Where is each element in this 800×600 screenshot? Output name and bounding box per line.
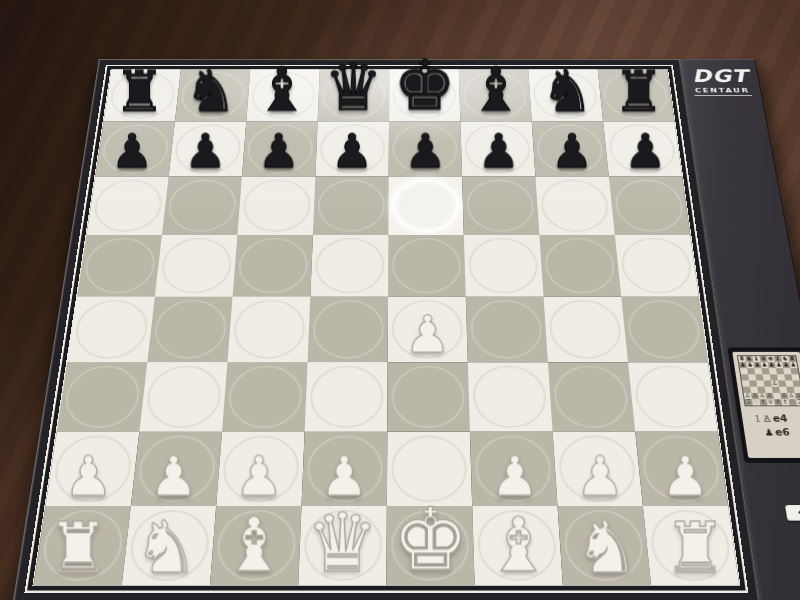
piece-black-pawn-f7[interactable]: ♟ xyxy=(478,128,520,175)
square-c6[interactable] xyxy=(237,177,315,235)
square-d5[interactable] xyxy=(310,235,388,297)
square-a7[interactable]: ♟ xyxy=(95,122,175,177)
piece-black-bishop-c8[interactable]: ♝ xyxy=(255,60,309,120)
mini-square-h5 xyxy=(791,374,799,380)
square-f8[interactable]: ♝ xyxy=(459,69,532,121)
square-b7[interactable]: ♟ xyxy=(169,122,247,177)
square-c3[interactable] xyxy=(222,362,308,432)
square-f3[interactable] xyxy=(468,362,553,432)
piece-white-pawn-f2[interactable]: ♟ xyxy=(490,449,539,504)
square-a5[interactable] xyxy=(77,235,162,297)
square-h5[interactable] xyxy=(615,235,699,297)
square-g8[interactable]: ♞ xyxy=(528,69,603,121)
square-b8[interactable]: ♞ xyxy=(175,69,250,121)
back-button[interactable]: ↩ xyxy=(785,505,800,521)
square-g7[interactable]: ♟ xyxy=(532,122,609,177)
mini-square-c8: ♝ xyxy=(752,356,760,362)
move-line-1: 1♙e4 xyxy=(754,413,800,427)
piece-white-knight-g1[interactable]: ♞ xyxy=(574,511,639,583)
square-d7[interactable]: ♟ xyxy=(315,122,389,177)
dgt-logo: DGT CENTAUR xyxy=(681,66,761,96)
mini-square-h8: ♜ xyxy=(788,356,796,362)
square-d3[interactable] xyxy=(305,362,388,432)
piece-white-pawn-a2[interactable]: ♟ xyxy=(64,449,113,504)
piece-black-rook-h8[interactable]: ♜ xyxy=(613,63,664,120)
display-move-list: 1♙e4 ♟e6 xyxy=(741,413,800,440)
square-a2[interactable]: ♟ xyxy=(46,432,140,506)
square-e4[interactable]: ♟ xyxy=(388,297,468,363)
square-c4[interactable] xyxy=(227,297,310,363)
piece-white-bishop-c1[interactable]: ♝ xyxy=(221,509,288,584)
square-h6[interactable] xyxy=(609,177,691,235)
piece-white-bishop-f1[interactable]: ♝ xyxy=(485,509,552,584)
perspective-scene: ♜♞♝♛♚♝♞♜♟♟♟♟♟♟♟♟♟♟♟♟♟♟♟♟♜♞♝♛♚♝♞♜ DGT CEN… xyxy=(0,0,800,600)
square-a1[interactable]: ♜ xyxy=(34,506,131,585)
chess-board: ♜♞♝♛♚♝♞♜♟♟♟♟♟♟♟♟♟♟♟♟♟♟♟♟♜♞♝♛♚♝♞♜ xyxy=(32,69,740,587)
square-g4[interactable] xyxy=(544,297,629,363)
board-frame-pinstripe: ♜♞♝♛♚♝♞♜♟♟♟♟♟♟♟♟♟♟♟♟♟♟♟♟♜♞♝♛♚♝♞♜ xyxy=(24,65,748,593)
piece-black-pawn-e7[interactable]: ♟ xyxy=(404,128,446,175)
piece-black-pawn-g7[interactable]: ♟ xyxy=(551,128,593,175)
square-h8[interactable]: ♜ xyxy=(598,69,675,121)
square-h2[interactable]: ♟ xyxy=(635,432,728,506)
board-frame: ♜♞♝♛♚♝♞♜♟♟♟♟♟♟♟♟♟♟♟♟♟♟♟♟♜♞♝♛♚♝♞♜ xyxy=(10,59,763,600)
square-g2[interactable]: ♟ xyxy=(553,432,643,506)
square-b1[interactable]: ♞ xyxy=(122,506,216,585)
square-b2[interactable]: ♟ xyxy=(131,432,222,506)
square-c5[interactable] xyxy=(233,235,313,297)
square-a6[interactable] xyxy=(86,177,168,235)
mini-square-f8: ♝ xyxy=(774,356,782,362)
square-f4[interactable] xyxy=(466,297,548,363)
piece-black-knight-g8[interactable]: ♞ xyxy=(541,62,593,121)
piece-white-rook-h1[interactable]: ♜ xyxy=(664,513,727,583)
square-h1[interactable]: ♜ xyxy=(643,506,739,585)
model-text: CENTAUR xyxy=(693,87,752,96)
square-d4[interactable] xyxy=(308,297,388,363)
square-c7[interactable]: ♟ xyxy=(242,122,318,177)
square-e6-led-highlight[interactable] xyxy=(388,177,463,235)
piece-black-pawn-d7[interactable]: ♟ xyxy=(331,128,373,175)
eink-display: ♜♞♝♛♚♝♞♜♟♟♟♟♟♟♟♟♙♙♙♙♙♙♙♙♖♘♗♕♔♗♘♖ 1♙e4 ♟e… xyxy=(728,348,800,463)
mini-square-h3 xyxy=(794,387,800,393)
square-g6[interactable] xyxy=(535,177,614,235)
piece-black-pawn-a7[interactable]: ♟ xyxy=(111,128,153,175)
piece-white-pawn-b2[interactable]: ♟ xyxy=(149,449,198,504)
piece-black-pawn-h7[interactable]: ♟ xyxy=(624,128,666,175)
square-e8[interactable]: ♚ xyxy=(389,69,460,121)
square-h4[interactable] xyxy=(621,297,708,363)
square-f2[interactable]: ♟ xyxy=(470,432,558,506)
square-e5[interactable] xyxy=(388,235,466,297)
square-a4[interactable] xyxy=(67,297,155,363)
mini-square-g8: ♞ xyxy=(781,356,789,362)
square-g1[interactable]: ♞ xyxy=(558,506,652,585)
square-a3[interactable] xyxy=(57,362,148,432)
square-b3[interactable] xyxy=(139,362,227,432)
piece-black-king-e8[interactable]: ♚ xyxy=(394,51,456,120)
piece-black-queen-d8[interactable]: ♛ xyxy=(324,54,383,120)
square-g3[interactable] xyxy=(548,362,635,432)
piece-white-pawn-c2[interactable]: ♟ xyxy=(234,449,283,504)
piece-white-knight-b1[interactable]: ♞ xyxy=(134,511,199,583)
mini-square-e8: ♚ xyxy=(767,356,775,362)
square-d6[interactable] xyxy=(313,177,389,235)
mini-square-d8: ♛ xyxy=(760,356,768,362)
piece-white-pawn-g2[interactable]: ♟ xyxy=(576,449,625,504)
square-c8[interactable]: ♝ xyxy=(246,69,320,121)
square-c1[interactable]: ♝ xyxy=(210,506,302,585)
square-h7[interactable]: ♟ xyxy=(603,122,682,177)
square-f1[interactable]: ♝ xyxy=(472,506,563,585)
mini-square-h1: ♖ xyxy=(796,399,800,405)
brand-text: DGT xyxy=(681,66,759,86)
photo-scene: ♜♞♝♛♚♝♞♜♟♟♟♟♟♟♟♟♟♟♟♟♟♟♟♟♜♞♝♛♚♝♞♜ DGT CEN… xyxy=(0,0,800,600)
square-e7[interactable]: ♟ xyxy=(389,122,462,177)
mini-square-h7: ♟ xyxy=(789,362,797,368)
square-b5[interactable] xyxy=(155,235,238,297)
square-b4[interactable] xyxy=(147,297,232,363)
square-f6[interactable] xyxy=(462,177,539,235)
display-mini-board: ♜♞♝♛♚♝♞♜♟♟♟♟♟♟♟♟♙♙♙♙♙♙♙♙♖♘♗♕♔♗♘♖ xyxy=(737,355,800,406)
square-e1[interactable]: ♚ xyxy=(386,506,474,585)
eink-screen: ♜♞♝♛♚♝♞♜♟♟♟♟♟♟♟♟♙♙♙♙♙♙♙♙♖♘♗♕♔♗♘♖ 1♙e4 ♟e… xyxy=(732,352,800,458)
square-c2[interactable]: ♟ xyxy=(216,432,304,506)
square-a8[interactable]: ♜ xyxy=(104,69,181,121)
piece-white-rook-a1[interactable]: ♜ xyxy=(47,513,110,583)
square-g5[interactable] xyxy=(539,235,621,297)
mini-square-a8: ♜ xyxy=(738,356,746,362)
piece-white-pawn-e4[interactable]: ♟ xyxy=(405,309,451,360)
square-d8[interactable]: ♛ xyxy=(318,69,390,121)
square-e3[interactable] xyxy=(387,362,470,432)
piece-black-bishop-f8[interactable]: ♝ xyxy=(469,60,523,120)
piece-black-pawn-c7[interactable]: ♟ xyxy=(258,128,300,175)
piece-black-pawn-b7[interactable]: ♟ xyxy=(184,128,226,175)
square-f7[interactable]: ♟ xyxy=(460,122,535,177)
dgt-centaur-board: ♜♞♝♛♚♝♞♜♟♟♟♟♟♟♟♟♟♟♟♟♟♟♟♟♜♞♝♛♚♝♞♜ DGT CEN… xyxy=(10,59,800,600)
square-h3[interactable] xyxy=(628,362,718,432)
piece-white-queen-d1[interactable]: ♛ xyxy=(306,502,379,583)
square-b6[interactable] xyxy=(162,177,242,235)
piece-white-king-e1[interactable]: ♚ xyxy=(392,497,469,583)
piece-black-rook-a8[interactable]: ♜ xyxy=(114,63,165,120)
piece-black-knight-b8[interactable]: ♞ xyxy=(185,62,237,121)
mini-square-b8: ♞ xyxy=(745,356,753,362)
piece-white-pawn-h2[interactable]: ♟ xyxy=(661,449,710,504)
square-d1[interactable]: ♛ xyxy=(298,506,387,585)
move-line-2: ♟e6 xyxy=(756,426,800,439)
square-f5[interactable] xyxy=(464,235,544,297)
